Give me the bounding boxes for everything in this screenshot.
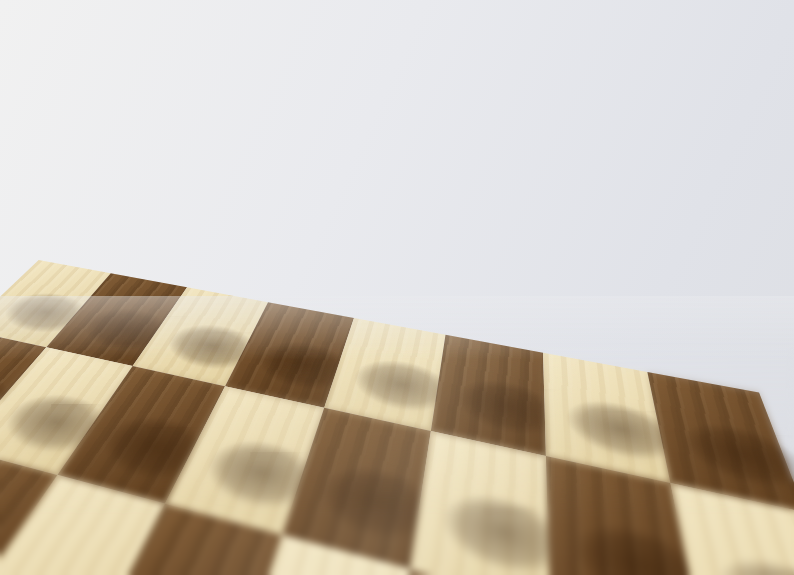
white-pawn-c2: ♟ — [416, 374, 550, 524]
chess-set-photo: ♜♞♝♚♛♝♞♜♟♟♟♟♟♟♟♟ — [0, 0, 794, 575]
board-grid: ♜♞♝♚♛♝♞♜♟♟♟♟♟♟♟♟ — [0, 0, 794, 392]
white-pawn-e2: ♟ — [188, 329, 312, 467]
square-b2: ♟ — [546, 456, 705, 575]
chess-board: ♜♞♝♚♛♝♞♜♟♟♟♟♟♟♟♟ — [0, 0, 794, 392]
white-pawn-d2: ♟ — [298, 351, 427, 495]
square-c2: ♟ — [410, 431, 550, 575]
white-pawn-b2: ♟ — [545, 400, 685, 557]
perspective-stage: ♜♞♝♚♛♝♞♜♟♟♟♟♟♟♟♟ — [0, 0, 794, 575]
white-pawn-a2: ♟ — [686, 428, 794, 575]
square-a2: ♟ — [670, 483, 794, 575]
